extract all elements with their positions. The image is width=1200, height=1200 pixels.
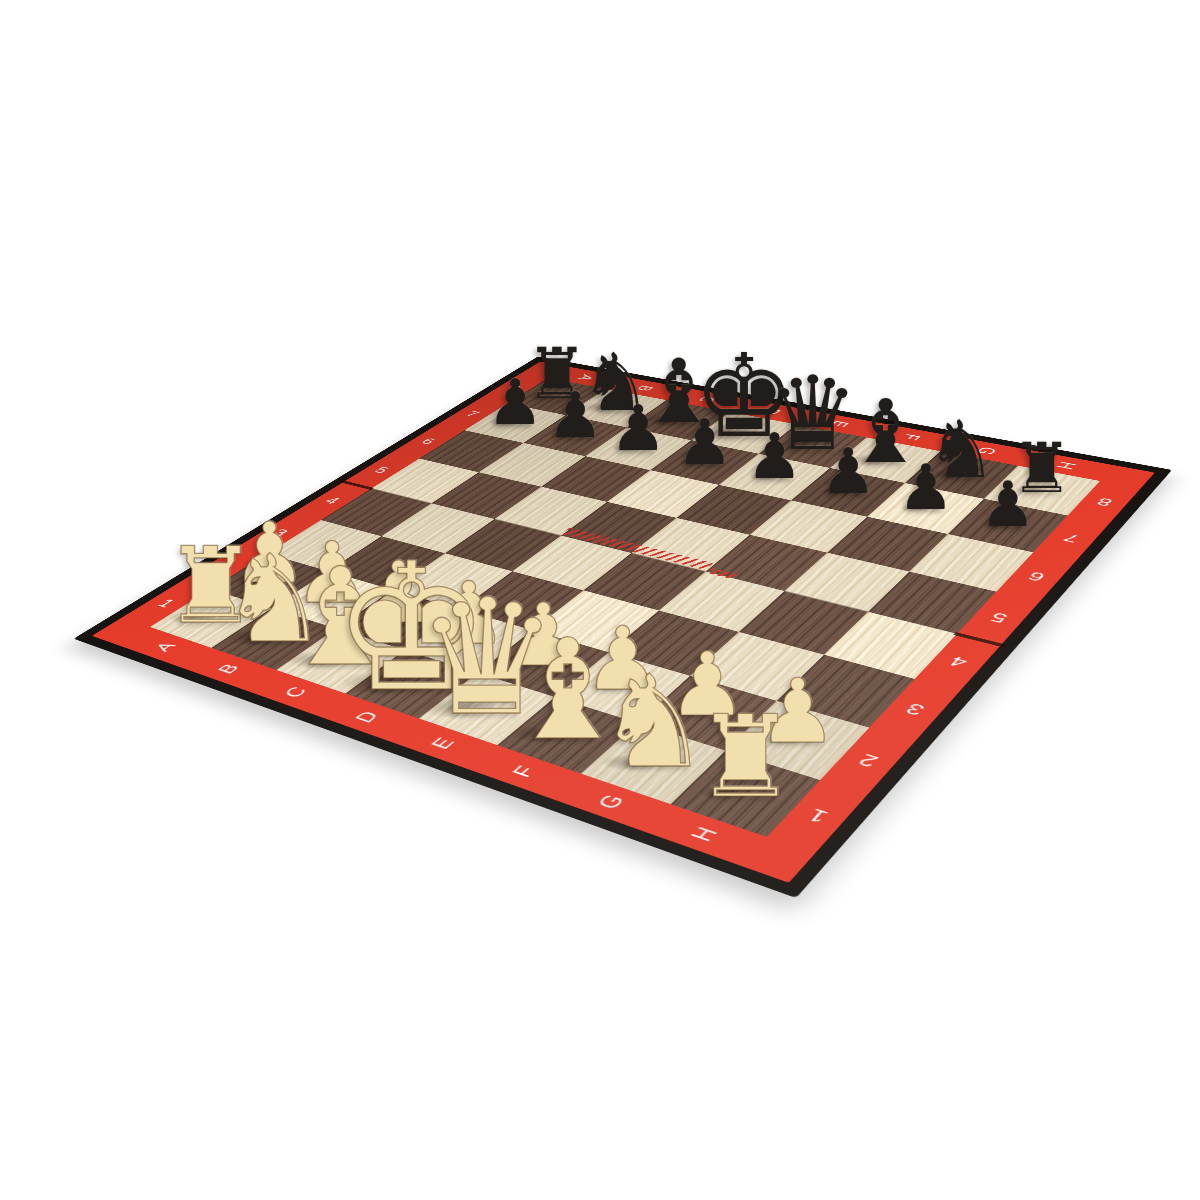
piece-white-pawn-g2: ♟ (668, 641, 747, 729)
piece-black-bishop-f8: ♝ (846, 389, 925, 477)
piece-shadow (285, 651, 351, 669)
piece-black-bishop-c8: ♝ (639, 348, 718, 436)
piece-white-knight-g1: ♞ (596, 659, 710, 787)
piece-white-pawn-d2: ♟ (430, 571, 507, 657)
piece-black-pawn-a7: ♟ (487, 372, 543, 435)
piece-shadow (583, 402, 622, 413)
piece-white-rook-h1: ♜ (695, 701, 797, 814)
piece-shadow (900, 504, 931, 512)
piece-shadow (587, 681, 630, 693)
piece-shadow (235, 574, 276, 585)
piece-shadow (363, 613, 405, 625)
piece-shadow (771, 439, 821, 453)
piece-black-rook-h8: ♜ (1011, 434, 1073, 503)
piece-black-rook-a8: ♜ (525, 339, 588, 409)
piece-shadow (849, 454, 892, 466)
piece-black-pawn-b7: ♟ (547, 384, 603, 447)
piece-shadow (671, 706, 714, 718)
piece-shadow (297, 593, 339, 604)
piece-shadow (761, 733, 805, 745)
piece-black-pawn-g7: ♟ (898, 457, 954, 520)
piece-white-king-d1: ♚ (332, 540, 491, 717)
piece-shadow (929, 469, 968, 480)
piece-shadow (749, 472, 780, 480)
piece-black-king-d8: ♚ (693, 340, 796, 455)
piece-shadow (549, 431, 580, 440)
piece-white-rook-a1: ♜ (164, 533, 258, 638)
piece-shadow (612, 444, 643, 453)
piece-black-pawn-e7: ♟ (746, 425, 802, 488)
piece-shadow (642, 414, 685, 426)
piece-shadow (822, 487, 853, 495)
piece-black-pawn-h7: ♟ (980, 474, 1036, 537)
piece-shadow (697, 425, 753, 440)
piece-black-queen-e8: ♛ (767, 363, 859, 465)
piece-shadow (489, 418, 520, 426)
piece-white-pawn-b2: ♟ (294, 531, 370, 616)
piece-white-queen-e1: ♛ (415, 578, 558, 738)
piece-white-bishop-c1: ♝ (280, 551, 401, 686)
piece-white-pawn-h2: ♟ (758, 667, 838, 756)
piece-black-knight-b8: ♞ (580, 343, 652, 423)
piece-shadow (224, 630, 284, 646)
piece-white-pawn-a2: ♟ (232, 512, 307, 596)
piece-shadow (982, 521, 1013, 529)
piece-shadow (510, 725, 578, 744)
pieces-layer: ♜♞♝♚♛♝♞♜♟♟♟♟♟♟♟♟♟♟♟♟♟♟♟♟♜♞♝♚♛♝♞♜ (0, 0, 1200, 1200)
chess-set-photo: AABBCCDDEEFFGGHH1122334455667788 ♜♞♝♚♛♝♞… (0, 0, 1200, 1200)
piece-white-pawn-c2: ♟ (360, 550, 436, 635)
piece-white-pawn-f2: ♟ (584, 616, 662, 703)
piece-shadow (601, 754, 664, 771)
piece-black-pawn-c7: ♟ (610, 397, 667, 460)
piece-black-pawn-f7: ♟ (820, 441, 876, 504)
piece-white-knight-b1: ♞ (220, 540, 328, 661)
piece-black-knight-g8: ♞ (926, 410, 997, 489)
piece-shadow (528, 391, 563, 400)
piece-shadow (508, 657, 551, 669)
piece-white-pawn-e2: ♟ (505, 592, 583, 679)
piece-white-bishop-f1: ♝ (505, 621, 630, 760)
piece-shadow (421, 697, 500, 719)
piece-shadow (168, 611, 220, 625)
piece-shadow (433, 634, 475, 646)
piece-shadow (339, 671, 426, 695)
piece-shadow (699, 785, 755, 800)
piece-shadow (679, 458, 710, 467)
piece-shadow (1013, 485, 1047, 494)
piece-black-pawn-d7: ♟ (676, 411, 732, 474)
